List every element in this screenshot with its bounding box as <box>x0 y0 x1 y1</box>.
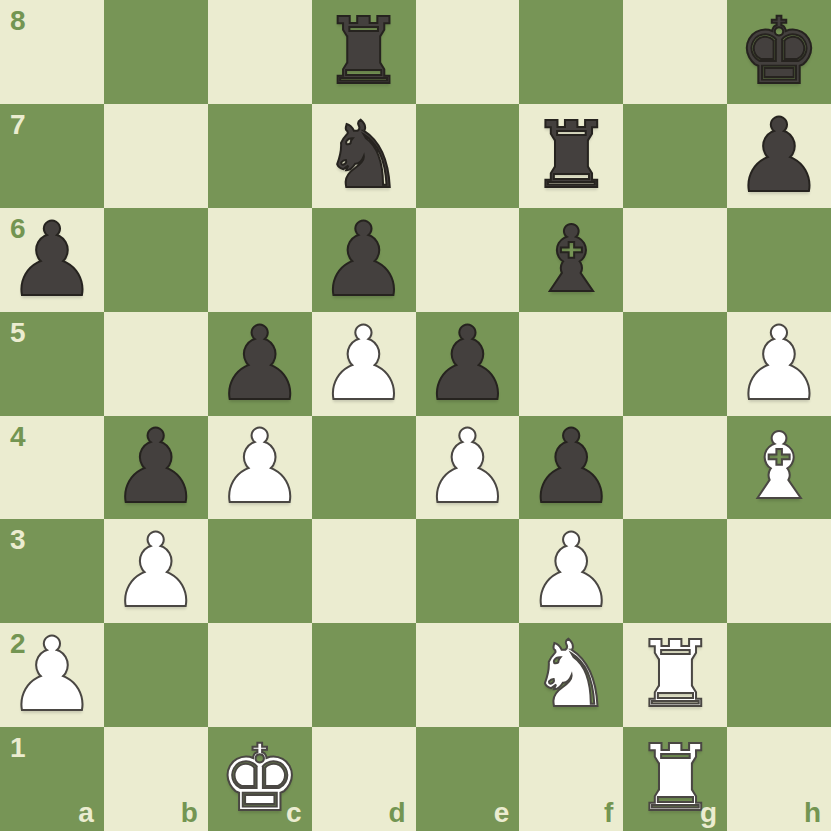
white-bishop-icon[interactable]: ♝ <box>738 421 820 513</box>
square-c7[interactable] <box>208 104 312 208</box>
square-e4[interactable]: ♟ <box>416 416 520 520</box>
square-e2[interactable] <box>416 623 520 727</box>
square-g5[interactable] <box>623 312 727 416</box>
square-h3[interactable] <box>727 519 831 623</box>
square-a8[interactable]: 8 <box>0 0 104 104</box>
rank-label-5: 5 <box>10 319 26 347</box>
square-c4[interactable]: ♟ <box>208 416 312 520</box>
file-label-f: f <box>604 799 613 827</box>
square-g3[interactable] <box>623 519 727 623</box>
square-c2[interactable] <box>208 623 312 727</box>
square-a5[interactable]: 5 <box>0 312 104 416</box>
white-pawn-icon[interactable]: ♟ <box>214 416 305 518</box>
square-b3[interactable]: ♟ <box>104 519 208 623</box>
white-pawn-icon[interactable]: ♟ <box>6 624 97 726</box>
white-king-icon[interactable]: ♚ <box>218 733 300 825</box>
black-bishop-icon[interactable]: ♝ <box>530 214 612 306</box>
black-pawn-icon[interactable]: ♟ <box>6 209 97 311</box>
square-f3[interactable]: ♟ <box>519 519 623 623</box>
white-pawn-icon[interactable]: ♟ <box>318 313 409 415</box>
square-a1[interactable]: 1a <box>0 727 104 831</box>
rank-label-4: 4 <box>10 423 26 451</box>
chess-board-container: 8♜♚7♞♜♟6♟♟♝5♟♟♟♟4♟♟♟♟♝3♟♟2♟♞♜1abc♚defg♜h <box>0 0 831 831</box>
black-pawn-icon[interactable]: ♟ <box>318 209 409 311</box>
black-king-icon[interactable]: ♚ <box>738 6 820 98</box>
square-a7[interactable]: 7 <box>0 104 104 208</box>
white-knight-icon[interactable]: ♞ <box>530 629 612 721</box>
black-pawn-icon[interactable]: ♟ <box>422 313 513 415</box>
black-rook-icon[interactable]: ♜ <box>530 110 612 202</box>
black-pawn-icon[interactable]: ♟ <box>110 416 201 518</box>
square-c5[interactable]: ♟ <box>208 312 312 416</box>
square-h2[interactable] <box>727 623 831 727</box>
square-a4[interactable]: 4 <box>0 416 104 520</box>
square-f7[interactable]: ♜ <box>519 104 623 208</box>
square-g4[interactable] <box>623 416 727 520</box>
chess-board: 8♜♚7♞♜♟6♟♟♝5♟♟♟♟4♟♟♟♟♝3♟♟2♟♞♜1abc♚defg♜h <box>0 0 831 831</box>
square-d5[interactable]: ♟ <box>312 312 416 416</box>
square-e6[interactable] <box>416 208 520 312</box>
black-rook-icon[interactable]: ♜ <box>322 6 404 98</box>
square-b4[interactable]: ♟ <box>104 416 208 520</box>
square-h6[interactable] <box>727 208 831 312</box>
file-label-e: e <box>494 799 510 827</box>
white-pawn-icon[interactable]: ♟ <box>733 313 824 415</box>
square-d8[interactable]: ♜ <box>312 0 416 104</box>
square-b8[interactable] <box>104 0 208 104</box>
square-e1[interactable]: e <box>416 727 520 831</box>
square-f8[interactable] <box>519 0 623 104</box>
file-label-d: d <box>388 799 405 827</box>
square-b5[interactable] <box>104 312 208 416</box>
square-b6[interactable] <box>104 208 208 312</box>
square-g1[interactable]: g♜ <box>623 727 727 831</box>
square-h8[interactable]: ♚ <box>727 0 831 104</box>
white-pawn-icon[interactable]: ♟ <box>110 520 201 622</box>
square-d4[interactable] <box>312 416 416 520</box>
white-rook-icon[interactable]: ♜ <box>634 629 716 721</box>
square-d1[interactable]: d <box>312 727 416 831</box>
file-label-h: h <box>804 799 821 827</box>
square-b1[interactable]: b <box>104 727 208 831</box>
square-h7[interactable]: ♟ <box>727 104 831 208</box>
square-g7[interactable] <box>623 104 727 208</box>
square-d6[interactable]: ♟ <box>312 208 416 312</box>
square-f1[interactable]: f <box>519 727 623 831</box>
square-e3[interactable] <box>416 519 520 623</box>
square-d2[interactable] <box>312 623 416 727</box>
black-pawn-icon[interactable]: ♟ <box>526 416 617 518</box>
square-e8[interactable] <box>416 0 520 104</box>
square-a3[interactable]: 3 <box>0 519 104 623</box>
square-g2[interactable]: ♜ <box>623 623 727 727</box>
white-rook-icon[interactable]: ♜ <box>634 733 716 825</box>
square-f2[interactable]: ♞ <box>519 623 623 727</box>
rank-label-3: 3 <box>10 526 26 554</box>
rank-label-8: 8 <box>10 7 26 35</box>
square-a2[interactable]: 2♟ <box>0 623 104 727</box>
square-b7[interactable] <box>104 104 208 208</box>
square-h5[interactable]: ♟ <box>727 312 831 416</box>
black-knight-icon[interactable]: ♞ <box>322 110 404 202</box>
white-pawn-icon[interactable]: ♟ <box>526 520 617 622</box>
square-b2[interactable] <box>104 623 208 727</box>
square-h4[interactable]: ♝ <box>727 416 831 520</box>
square-c6[interactable] <box>208 208 312 312</box>
square-d7[interactable]: ♞ <box>312 104 416 208</box>
square-h1[interactable]: h <box>727 727 831 831</box>
square-a6[interactable]: 6♟ <box>0 208 104 312</box>
black-pawn-icon[interactable]: ♟ <box>214 313 305 415</box>
file-label-b: b <box>181 799 198 827</box>
square-d3[interactable] <box>312 519 416 623</box>
rank-label-7: 7 <box>10 111 26 139</box>
square-e5[interactable]: ♟ <box>416 312 520 416</box>
square-f5[interactable] <box>519 312 623 416</box>
square-f6[interactable]: ♝ <box>519 208 623 312</box>
square-g6[interactable] <box>623 208 727 312</box>
square-c3[interactable] <box>208 519 312 623</box>
square-c1[interactable]: c♚ <box>208 727 312 831</box>
square-f4[interactable]: ♟ <box>519 416 623 520</box>
white-pawn-icon[interactable]: ♟ <box>422 416 513 518</box>
black-pawn-icon[interactable]: ♟ <box>733 105 824 207</box>
square-g8[interactable] <box>623 0 727 104</box>
square-c8[interactable] <box>208 0 312 104</box>
file-label-a: a <box>78 799 94 827</box>
square-e7[interactable] <box>416 104 520 208</box>
rank-label-1: 1 <box>10 734 26 762</box>
